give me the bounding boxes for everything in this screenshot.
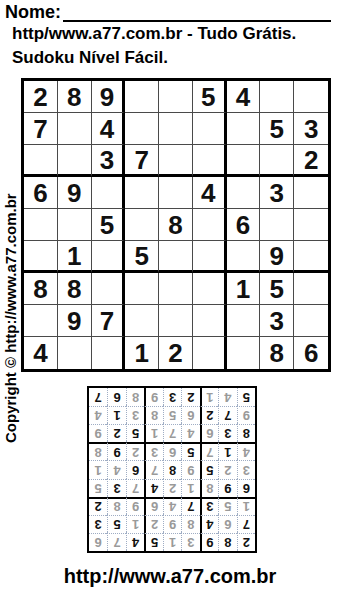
sudoku-cell[interactable]: 9 [58,305,92,337]
solution-cell: 3 [163,388,181,406]
sudoku-cell[interactable]: 8 [58,81,92,113]
sudoku-cell[interactable] [227,241,261,273]
solution-cell: 2 [200,406,218,424]
solution-cell: 6 [89,533,107,551]
puzzle-grid: 2895474533726943586159881597341286 [21,78,331,372]
sudoku-cell[interactable] [24,241,58,273]
solution-cell: 1 [181,479,199,497]
solution-cell: 1 [218,442,236,460]
sudoku-cell[interactable] [159,273,193,305]
solution-cell: 5 [218,497,236,515]
sudoku-cell[interactable] [125,305,159,337]
solution-cell: 3 [126,406,144,424]
solution-cell: 2 [144,515,162,533]
sudoku-worksheet-page: Nome: http/www.a77.com.br - Tudo Grátis.… [0,0,340,596]
level-line: Sudoku Nível Fácil. [12,48,168,68]
sudoku-cell[interactable] [294,273,328,305]
solution-cell: 1 [200,388,218,406]
solution-cell: 2 [126,442,144,460]
solution-cell: 2 [218,460,236,478]
solution-cell: 7 [200,442,218,460]
solution-cell: 2 [237,533,255,551]
sudoku-cell[interactable] [227,305,261,337]
solution-cell: 7 [163,424,181,442]
sudoku-cell[interactable]: 1 [125,337,159,369]
solution-cell: 6 [237,479,255,497]
solution-cell: 7 [181,497,199,515]
solution-cell: 4 [218,388,236,406]
sudoku-cell[interactable] [193,209,227,241]
solution-cell: 1 [89,460,107,478]
solution-cell: 1 [144,424,162,442]
solution-cell: 7 [144,460,162,478]
sudoku-cell[interactable]: 5 [125,241,159,273]
sudoku-cell[interactable] [125,113,159,145]
sudoku-cell[interactable] [24,145,58,177]
solution-cell: 9 [89,424,107,442]
solution-cell: 5 [200,460,218,478]
solution-cell: 4 [200,515,218,533]
solution-cell: 3 [218,424,236,442]
solution-cell: 9 [163,515,181,533]
sudoku-cell[interactable]: 5 [260,113,294,145]
sudoku-cell[interactable] [92,177,126,209]
sudoku-cell[interactable] [193,145,227,177]
sudoku-cell[interactable] [260,81,294,113]
sudoku-cell[interactable] [24,305,58,337]
solution-cell: 8 [237,424,255,442]
sudoku-cell[interactable]: 5 [92,209,126,241]
solution-cell: 7 [126,479,144,497]
sudoku-cell[interactable] [193,337,227,369]
sudoku-cell[interactable] [24,209,58,241]
solution-cell: 3 [237,460,255,478]
sudoku-cell[interactable]: 2 [159,337,193,369]
copyright-vertical-text: Copyright © http://www.a77.com.br [2,151,20,443]
sudoku-cell[interactable] [92,241,126,273]
sudoku-cell[interactable] [58,145,92,177]
solution-cell: 3 [107,479,125,497]
sudoku-cell[interactable]: 1 [58,241,92,273]
sudoku-cell[interactable] [159,145,193,177]
sudoku-cell[interactable]: 3 [260,305,294,337]
solution-cell: 4 [163,497,181,515]
sudoku-cell[interactable] [125,209,159,241]
sudoku-cell[interactable]: 3 [260,177,294,209]
solution-cell: 1 [237,497,255,515]
solution-cell: 2 [181,388,199,406]
solution-cell: 1 [163,533,181,551]
sudoku-cell[interactable]: 7 [24,113,58,145]
solution-cell: 6 [144,497,162,515]
sudoku-cell[interactable]: 2 [24,81,58,113]
name-row: Nome: [5,2,331,22]
solution-cell: 3 [144,442,162,460]
solution-cell: 3 [89,515,107,533]
sudoku-cell[interactable]: 9 [260,241,294,273]
solution-cell: 8 [144,406,162,424]
sudoku-cell[interactable] [159,81,193,113]
sudoku-cell[interactable] [227,177,261,209]
sudoku-cell[interactable]: 4 [227,81,261,113]
sudoku-cell[interactable]: 8 [24,273,58,305]
sudoku-cell[interactable]: 9 [92,81,126,113]
sudoku-cell[interactable] [92,273,126,305]
sudoku-cell[interactable]: 4 [24,337,58,369]
sudoku-cell[interactable]: 3 [92,145,126,177]
solution-cell: 5 [237,388,255,406]
sudoku-cell[interactable]: 7 [92,305,126,337]
sudoku-cell[interactable] [159,177,193,209]
solution-cell: 4 [107,460,125,478]
sudoku-cell[interactable] [260,209,294,241]
sudoku-cell[interactable] [58,209,92,241]
sudoku-cell[interactable] [193,113,227,145]
sudoku-cell[interactable]: 4 [92,113,126,145]
sudoku-cell[interactable] [294,177,328,209]
sudoku-cell[interactable] [159,305,193,337]
solution-cell: 4 [89,406,107,424]
sudoku-cell[interactable]: 6 [294,337,328,369]
sudoku-cell[interactable] [159,241,193,273]
solution-cell: 5 [163,406,181,424]
solution-cell: 9 [107,442,125,460]
sudoku-cell[interactable]: 8 [58,273,92,305]
solution-grid: 2893154767648921531537469826981247353259… [87,386,257,553]
solution-cell: 7 [218,406,236,424]
sudoku-cell[interactable] [227,145,261,177]
solution-cell: 9 [218,479,236,497]
sudoku-cell[interactable]: 7 [125,145,159,177]
solution-cell: 4 [126,533,144,551]
sudoku-cell[interactable] [294,241,328,273]
footer-url: http://www.a77.com.br [0,565,340,588]
sudoku-cell[interactable] [58,113,92,145]
sudoku-cell[interactable]: 8 [260,337,294,369]
sudoku-cell[interactable]: 5 [260,273,294,305]
solution-cell: 9 [200,533,218,551]
sudoku-cell[interactable]: 3 [294,113,328,145]
solution-cell: 6 [107,388,125,406]
sudoku-cell[interactable] [193,241,227,273]
solution-cell: 5 [126,424,144,442]
sudoku-cell[interactable]: 5 [193,81,227,113]
sudoku-cell[interactable]: 6 [24,177,58,209]
solution-cell: 9 [144,388,162,406]
solution-cell: 8 [181,515,199,533]
solution-cell: 2 [163,479,181,497]
sudoku-cell[interactable] [227,337,261,369]
sudoku-cell[interactable] [294,209,328,241]
solution-cell: 8 [218,533,236,551]
solution-cell: 6 [218,515,236,533]
solution-cell: 9 [237,406,255,424]
solution-cell: 5 [107,515,125,533]
sudoku-cell[interactable]: 4 [193,177,227,209]
sudoku-cell[interactable]: 9 [58,177,92,209]
solution-cell: 9 [181,460,199,478]
solution-cell: 7 [107,533,125,551]
solution-cell: 5 [181,442,199,460]
solution-cell: 5 [144,533,162,551]
sudoku-cell[interactable] [159,113,193,145]
solution-cell: 5 [89,479,107,497]
sudoku-cell[interactable] [294,81,328,113]
sudoku-cell[interactable] [193,273,227,305]
solution-cell: 4 [181,424,199,442]
sudoku-cell[interactable]: 8 [159,209,193,241]
site-line: http/www.a77.com.br - Tudo Grátis. [12,24,296,44]
solution-cell: 8 [200,479,218,497]
solution-cell: 6 [181,406,199,424]
solution-cell: 6 [163,442,181,460]
solution-cell: 6 [126,460,144,478]
solution-cell: 6 [200,424,218,442]
sudoku-cell[interactable] [125,81,159,113]
sudoku-cell[interactable] [193,305,227,337]
solution-cell: 8 [163,460,181,478]
solution-cell: 8 [107,497,125,515]
name-label: Nome: [5,2,61,22]
solution-cell: 1 [107,406,125,424]
solution-cell: 4 [144,479,162,497]
solution-cell: 4 [237,442,255,460]
sudoku-cell[interactable] [227,113,261,145]
sudoku-cell[interactable]: 6 [227,209,261,241]
sudoku-cell[interactable] [294,305,328,337]
solution-cell: 3 [181,533,199,551]
solution-cell: 2 [107,424,125,442]
sudoku-cell[interactable] [58,337,92,369]
solution-cell: 2 [89,497,107,515]
solution-cell: 7 [237,515,255,533]
solution-cell: 8 [89,442,107,460]
solution-cell: 3 [200,497,218,515]
solution-cell: 9 [126,497,144,515]
solution-cell: 8 [126,388,144,406]
solution-cell: 7 [89,388,107,406]
solution-cell: 1 [126,515,144,533]
sudoku-cell[interactable] [92,337,126,369]
name-underline [63,3,331,22]
sudoku-cell[interactable]: 1 [227,273,261,305]
sudoku-cell[interactable] [260,145,294,177]
sudoku-cell[interactable] [125,177,159,209]
sudoku-cell[interactable] [125,273,159,305]
sudoku-cell[interactable]: 2 [294,145,328,177]
